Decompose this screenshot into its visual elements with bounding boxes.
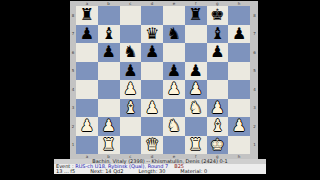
black-pawn: ♟ (101, 43, 115, 61)
rank-label: 7 (251, 25, 258, 44)
square-c6: ♞ (120, 43, 142, 62)
square-h5 (228, 62, 250, 81)
square-g2: ♝ (207, 117, 229, 136)
white-knight: ♞ (188, 99, 202, 117)
square-f5: ♟ (185, 62, 207, 81)
square-d5 (141, 62, 163, 81)
square-g5 (207, 62, 229, 81)
square-h8 (228, 6, 250, 25)
white-rook: ♜ (101, 136, 115, 154)
black-bishop: ♝ (210, 25, 224, 43)
square-g8: ♚ (207, 6, 229, 25)
square-c5: ♟ (120, 62, 142, 81)
square-e4: ♟ (163, 80, 185, 99)
square-f6 (185, 43, 207, 62)
rank-label: 2 (251, 117, 258, 136)
rank-label: 3 (251, 99, 258, 118)
square-b4 (98, 80, 120, 99)
square-b6: ♟ (98, 43, 120, 62)
white-king: ♚ (210, 136, 224, 154)
white-pawn: ♟ (101, 117, 115, 135)
square-b3 (98, 99, 120, 118)
square-e1 (163, 136, 185, 155)
square-e6 (163, 43, 185, 62)
square-e8 (163, 6, 185, 25)
square-h2: ♟ (228, 117, 250, 136)
square-a8: ♜ (76, 6, 98, 25)
square-g1: ♚ (207, 136, 229, 155)
square-f4: ♟ (185, 80, 207, 99)
white-pawn: ♟ (188, 80, 202, 98)
rank-label: 5 (251, 62, 258, 81)
black-knight: ♞ (167, 25, 181, 43)
square-e5: ♟ (163, 62, 185, 81)
square-b5 (98, 62, 120, 81)
material-balance: Material: 0 (180, 169, 207, 174)
black-knight: ♞ (123, 43, 137, 61)
square-d2 (141, 117, 163, 136)
white-bishop: ♝ (123, 99, 137, 117)
white-pawn: ♟ (123, 80, 137, 98)
square-c7 (120, 25, 142, 44)
square-a4 (76, 80, 98, 99)
black-pawn: ♟ (123, 62, 137, 80)
white-pawn: ♟ (210, 99, 224, 117)
white-pawn: ♟ (80, 117, 94, 135)
square-g7: ♝ (207, 25, 229, 44)
square-b1: ♜ (98, 136, 120, 155)
white-knight: ♞ (167, 117, 181, 135)
black-pawn: ♟ (167, 62, 181, 80)
square-a5 (76, 62, 98, 81)
white-pawn: ♟ (145, 99, 159, 117)
square-c1 (120, 136, 142, 155)
rank-label: 8 (251, 6, 258, 25)
square-f8: ♜ (185, 6, 207, 25)
black-rook: ♜ (188, 6, 202, 24)
chess-board: ♜♜♚♟♝♛♞♝♟♟♞♟♟♟♟♟♟♟♟♝♟♞♟♟♟♞♝♟♜♛♜♚ (76, 6, 250, 154)
black-pawn: ♟ (210, 43, 224, 61)
square-b8 (98, 6, 120, 25)
status-line: 13 ... f5 Next: 14 Qd2 Length: 30 Materi… (54, 169, 266, 174)
square-c2 (120, 117, 142, 136)
square-d1: ♛ (141, 136, 163, 155)
square-a3 (76, 99, 98, 118)
square-d6: ♟ (141, 43, 163, 62)
square-a1 (76, 136, 98, 155)
rank-label: 4 (251, 80, 258, 99)
black-rook: ♜ (80, 6, 94, 24)
rank-labels-right: 87654321 (251, 6, 258, 154)
square-h4 (228, 80, 250, 99)
square-c4: ♟ (120, 80, 142, 99)
square-h3 (228, 99, 250, 118)
square-d7: ♛ (141, 25, 163, 44)
current-move: 13 ... f5 (56, 169, 75, 174)
square-d4 (141, 80, 163, 99)
square-f1: ♜ (185, 136, 207, 155)
square-d8 (141, 6, 163, 25)
square-a2: ♟ (76, 117, 98, 136)
square-e7: ♞ (163, 25, 185, 44)
square-h1 (228, 136, 250, 155)
black-pawn: ♟ (188, 62, 202, 80)
square-f7 (185, 25, 207, 44)
white-pawn: ♟ (232, 117, 246, 135)
black-bishop: ♝ (101, 25, 115, 43)
square-g3: ♟ (207, 99, 229, 118)
square-h6 (228, 43, 250, 62)
black-pawn: ♟ (80, 25, 94, 43)
white-rook: ♜ (188, 136, 202, 154)
game-info-panel: Bachin, Vitaly (2398) -- Khismatullin, D… (54, 159, 266, 174)
black-pawn: ♟ (145, 43, 159, 61)
square-g6: ♟ (207, 43, 229, 62)
video-frame[interactable]: { "game": "chess", "position": "r4rk1/pb… (0, 0, 320, 180)
square-h7: ♟ (228, 25, 250, 44)
next-move: Next: 14 Qd2 (90, 169, 123, 174)
square-b7: ♝ (98, 25, 120, 44)
white-pawn: ♟ (167, 80, 181, 98)
square-e2: ♞ (163, 117, 185, 136)
square-f3: ♞ (185, 99, 207, 118)
square-e3 (163, 99, 185, 118)
square-a6 (76, 43, 98, 62)
square-f2 (185, 117, 207, 136)
black-king: ♚ (210, 6, 224, 24)
square-c8 (120, 6, 142, 25)
white-queen: ♛ (145, 136, 159, 154)
black-pawn: ♟ (232, 25, 246, 43)
rank-label: 1 (251, 136, 258, 155)
square-c3: ♝ (120, 99, 142, 118)
square-b2: ♟ (98, 117, 120, 136)
square-d3: ♟ (141, 99, 163, 118)
square-a7: ♟ (76, 25, 98, 44)
game-length: Length: 30 (138, 169, 165, 174)
square-g4 (207, 80, 229, 99)
black-queen: ♛ (145, 25, 159, 43)
rank-label: 6 (251, 43, 258, 62)
white-bishop: ♝ (210, 117, 224, 135)
board-frame: abcdefgh 87654321 87654321 abcdefgh ♜♜♚♟… (70, 1, 258, 159)
